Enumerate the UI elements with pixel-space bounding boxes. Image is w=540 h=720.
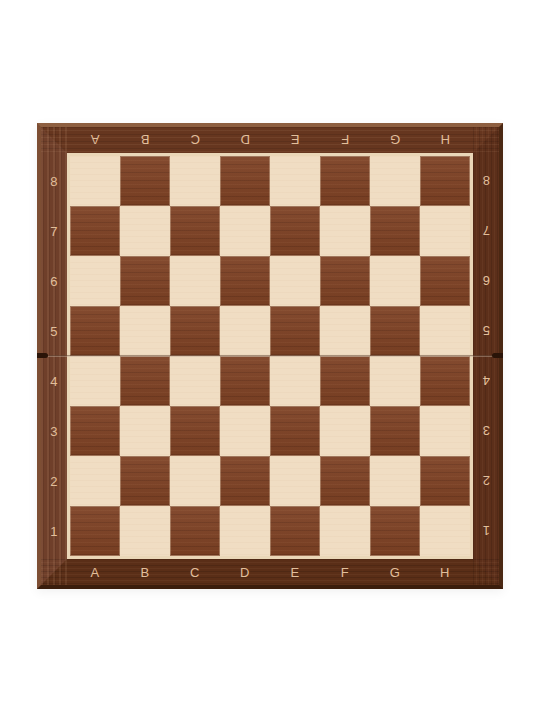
square-b5[interactable] <box>120 306 170 356</box>
square-d3[interactable] <box>220 406 270 456</box>
rank-label-right-2: 2 <box>475 456 497 506</box>
square-e6[interactable] <box>270 256 320 306</box>
square-f8[interactable] <box>320 156 370 206</box>
file-label-bottom-e: E <box>270 561 320 583</box>
square-e3[interactable] <box>270 406 320 456</box>
file-labels-top: A B C D E F G H <box>70 129 470 151</box>
file-labels-bottom: A B C D E F G H <box>70 561 470 583</box>
square-b2[interactable] <box>120 456 170 506</box>
square-f2[interactable] <box>320 456 370 506</box>
square-e5[interactable] <box>270 306 320 356</box>
rank-label-left-5: 5 <box>43 306 65 356</box>
rank-label-right-8: 8 <box>475 156 497 206</box>
rank-label-right-5: 5 <box>475 306 497 356</box>
rank-label-left-2: 2 <box>43 456 65 506</box>
file-label-bottom-a: A <box>70 561 120 583</box>
square-e2[interactable] <box>270 456 320 506</box>
square-d8[interactable] <box>220 156 270 206</box>
file-label-bottom-h: H <box>420 561 470 583</box>
square-h7[interactable] <box>420 206 470 256</box>
square-g2[interactable] <box>370 456 420 506</box>
square-a1[interactable] <box>70 506 120 556</box>
file-label-bottom-f: F <box>320 561 370 583</box>
rank-label-right-6: 6 <box>475 256 497 306</box>
square-f4[interactable] <box>320 356 370 406</box>
square-f7[interactable] <box>320 206 370 256</box>
square-c1[interactable] <box>170 506 220 556</box>
file-label-top-e: E <box>270 129 320 151</box>
file-label-bottom-b: B <box>120 561 170 583</box>
rank-label-left-7: 7 <box>43 206 65 256</box>
rank-label-right-7: 7 <box>475 206 497 256</box>
file-label-top-h: H <box>420 129 470 151</box>
square-h4[interactable] <box>420 356 470 406</box>
square-h3[interactable] <box>420 406 470 456</box>
square-a8[interactable] <box>70 156 120 206</box>
square-h2[interactable] <box>420 456 470 506</box>
hinge-fold-seam <box>37 355 503 357</box>
square-h1[interactable] <box>420 506 470 556</box>
rank-label-right-1: 1 <box>475 506 497 556</box>
product-photo-background: A B C D E F G H A B C D E F G H 8 7 6 5 … <box>0 0 540 720</box>
square-g8[interactable] <box>370 156 420 206</box>
square-c7[interactable] <box>170 206 220 256</box>
file-label-top-b: B <box>120 129 170 151</box>
square-d5[interactable] <box>220 306 270 356</box>
square-g1[interactable] <box>370 506 420 556</box>
square-c2[interactable] <box>170 456 220 506</box>
square-g5[interactable] <box>370 306 420 356</box>
square-c3[interactable] <box>170 406 220 456</box>
square-a2[interactable] <box>70 456 120 506</box>
square-f1[interactable] <box>320 506 370 556</box>
file-label-top-a: A <box>70 129 120 151</box>
hinge-notch-left <box>37 353 48 358</box>
square-a4[interactable] <box>70 356 120 406</box>
file-label-bottom-g: G <box>370 561 420 583</box>
file-label-top-g: G <box>370 129 420 151</box>
rank-label-left-1: 1 <box>43 506 65 556</box>
square-a7[interactable] <box>70 206 120 256</box>
rank-label-left-8: 8 <box>43 156 65 206</box>
square-d7[interactable] <box>220 206 270 256</box>
square-d4[interactable] <box>220 356 270 406</box>
square-e1[interactable] <box>270 506 320 556</box>
square-g3[interactable] <box>370 406 420 456</box>
square-h6[interactable] <box>420 256 470 306</box>
file-label-bottom-c: C <box>170 561 220 583</box>
square-d1[interactable] <box>220 506 270 556</box>
square-c5[interactable] <box>170 306 220 356</box>
square-b4[interactable] <box>120 356 170 406</box>
square-f3[interactable] <box>320 406 370 456</box>
square-d2[interactable] <box>220 456 270 506</box>
square-b7[interactable] <box>120 206 170 256</box>
square-b6[interactable] <box>120 256 170 306</box>
square-d6[interactable] <box>220 256 270 306</box>
square-a5[interactable] <box>70 306 120 356</box>
square-e8[interactable] <box>270 156 320 206</box>
square-g4[interactable] <box>370 356 420 406</box>
rank-label-left-3: 3 <box>43 406 65 456</box>
rank-label-left-6: 6 <box>43 256 65 306</box>
square-c8[interactable] <box>170 156 220 206</box>
square-b3[interactable] <box>120 406 170 456</box>
square-f5[interactable] <box>320 306 370 356</box>
square-f6[interactable] <box>320 256 370 306</box>
square-b8[interactable] <box>120 156 170 206</box>
square-c6[interactable] <box>170 256 220 306</box>
square-g7[interactable] <box>370 206 420 256</box>
square-g6[interactable] <box>370 256 420 306</box>
file-label-top-d: D <box>220 129 270 151</box>
square-a6[interactable] <box>70 256 120 306</box>
hinge-notch-right <box>492 353 503 358</box>
chess-board: A B C D E F G H A B C D E F G H 8 7 6 5 … <box>37 123 503 589</box>
square-h8[interactable] <box>420 156 470 206</box>
file-label-bottom-d: D <box>220 561 270 583</box>
square-h5[interactable] <box>420 306 470 356</box>
square-c4[interactable] <box>170 356 220 406</box>
rank-label-left-4: 4 <box>43 356 65 406</box>
square-e7[interactable] <box>270 206 320 256</box>
rank-label-right-3: 3 <box>475 406 497 456</box>
square-a3[interactable] <box>70 406 120 456</box>
file-label-top-c: C <box>170 129 220 151</box>
file-label-top-f: F <box>320 129 370 151</box>
square-e4[interactable] <box>270 356 320 406</box>
rank-label-right-4: 4 <box>475 356 497 406</box>
square-b1[interactable] <box>120 506 170 556</box>
